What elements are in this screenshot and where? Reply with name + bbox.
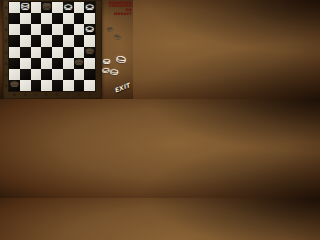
file-label-e: E — [54, 93, 61, 98]
square-d8[interactable]: ⛃ — [41, 2, 52, 13]
square-f6[interactable] — [63, 24, 74, 35]
white-man-piece[interactable]: ⛀ — [64, 2, 72, 12]
square-a5[interactable] — [9, 35, 20, 46]
file-label-b: B — [22, 93, 29, 98]
file-label-c: C — [33, 93, 40, 98]
square-e7[interactable] — [52, 13, 63, 24]
white-man-piece[interactable]: ⛀ — [85, 2, 93, 12]
square-a2[interactable] — [9, 69, 20, 80]
square-f3[interactable] — [63, 58, 74, 69]
file-label-h: H — [86, 93, 93, 98]
square-a7[interactable] — [9, 13, 20, 24]
square-d7[interactable] — [41, 13, 52, 24]
rank-label-5: 5 — [4, 38, 8, 45]
square-b7[interactable] — [20, 13, 31, 24]
square-h7[interactable] — [84, 13, 95, 24]
square-f8[interactable]: ⛀ — [63, 2, 74, 13]
square-d6[interactable] — [41, 24, 52, 35]
square-b3[interactable] — [20, 58, 31, 69]
square-c1[interactable] — [31, 80, 42, 91]
square-c2[interactable] — [31, 69, 42, 80]
game-logo-text: CHAMPIONCHECKERSONMARKET — [109, 1, 132, 16]
square-b2[interactable] — [20, 69, 31, 80]
captured-black-piece: ⛂ — [112, 30, 123, 43]
square-f4[interactable] — [63, 47, 74, 58]
logo-line: MARKET — [109, 12, 132, 16]
square-h5[interactable] — [84, 35, 95, 46]
square-f5[interactable] — [63, 35, 74, 46]
square-e4[interactable] — [52, 47, 63, 58]
exit-button[interactable]: EXIT — [113, 81, 131, 94]
square-e3[interactable] — [52, 58, 63, 69]
square-d5[interactable] — [41, 35, 52, 46]
black-man-piece[interactable]: ⛂ — [10, 79, 18, 89]
square-f1[interactable] — [63, 80, 74, 91]
board-frame: 87654321 ⛁⛃⛀⛀⛀⛂⛂⛂ ABCDEFGH — [3, 0, 102, 99]
square-a3[interactable] — [9, 58, 20, 69]
square-c5[interactable] — [31, 35, 42, 46]
square-a6[interactable] — [9, 24, 20, 35]
square-b5[interactable] — [20, 35, 31, 46]
square-g3[interactable]: ⛂ — [74, 58, 85, 69]
square-c7[interactable] — [31, 13, 42, 24]
rank-label-3: 3 — [4, 60, 8, 67]
file-labels: ABCDEFGH — [9, 91, 95, 99]
square-h4[interactable]: ⛂ — [84, 47, 95, 58]
square-d4[interactable] — [41, 47, 52, 58]
rank-label-1: 1 — [4, 82, 8, 89]
square-d1[interactable] — [41, 80, 52, 91]
file-label-d: D — [43, 93, 50, 98]
square-h1[interactable] — [84, 80, 95, 91]
rank-label-6: 6 — [4, 26, 8, 33]
file-label-a: A — [11, 93, 18, 98]
captured-black-piece: ⛂ — [105, 23, 114, 34]
captured-white-piece: ⛀ — [103, 56, 111, 66]
square-g6[interactable] — [74, 24, 85, 35]
square-g2[interactable] — [74, 69, 85, 80]
square-e6[interactable] — [52, 24, 63, 35]
rank-label-2: 2 — [4, 71, 8, 78]
black-man-piece[interactable]: ⛂ — [85, 46, 93, 56]
captured-white-piece: ⛀ — [101, 65, 110, 76]
square-e8[interactable] — [52, 2, 63, 13]
square-h3[interactable] — [84, 58, 95, 69]
black-man-piece[interactable]: ⛂ — [75, 57, 83, 67]
square-b1[interactable] — [20, 80, 31, 91]
square-g5[interactable] — [74, 35, 85, 46]
square-f2[interactable] — [63, 69, 74, 80]
square-d2[interactable] — [41, 69, 52, 80]
square-e2[interactable] — [52, 69, 63, 80]
captured-white-piece: ⛀ — [115, 51, 127, 67]
square-e5[interactable] — [52, 35, 63, 46]
square-b6[interactable] — [20, 24, 31, 35]
rank-label-7: 7 — [4, 15, 8, 22]
square-h2[interactable] — [84, 69, 95, 80]
rank-label-4: 4 — [4, 49, 8, 56]
square-c3[interactable] — [31, 58, 42, 69]
file-label-f: F — [65, 93, 72, 98]
captured-white-piece: ⛀ — [109, 66, 118, 78]
board-grid: ⛁⛃⛀⛀⛀⛂⛂⛂ — [9, 2, 95, 91]
square-d3[interactable] — [41, 58, 52, 69]
file-label-g: G — [76, 93, 83, 98]
square-g7[interactable] — [74, 13, 85, 24]
rank-label-8: 8 — [4, 4, 8, 11]
square-b4[interactable] — [20, 47, 31, 58]
white-king-piece[interactable]: ⛁ — [21, 2, 29, 12]
square-b8[interactable]: ⛁ — [20, 2, 31, 13]
square-g8[interactable] — [74, 2, 85, 13]
square-a4[interactable] — [9, 47, 20, 58]
square-h6[interactable]: ⛀ — [84, 24, 95, 35]
square-g4[interactable] — [74, 47, 85, 58]
black-king-piece[interactable]: ⛃ — [42, 2, 50, 12]
square-c6[interactable] — [31, 24, 42, 35]
white-man-piece[interactable]: ⛀ — [85, 24, 93, 34]
square-e1[interactable] — [52, 80, 63, 91]
square-h8[interactable]: ⛀ — [84, 2, 95, 13]
square-c4[interactable] — [31, 47, 42, 58]
square-f7[interactable] — [63, 13, 74, 24]
square-c8[interactable] — [31, 2, 42, 13]
square-g1[interactable] — [74, 80, 85, 91]
square-a8[interactable] — [9, 2, 20, 13]
square-a1[interactable]: ⛂ — [9, 80, 20, 91]
